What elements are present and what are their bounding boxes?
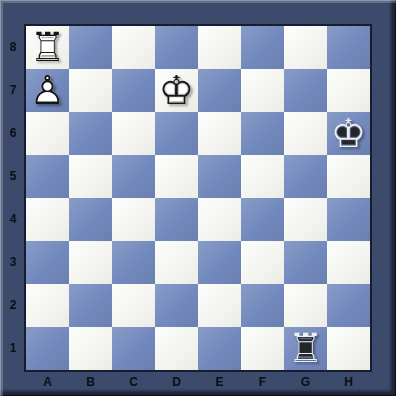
square-b1[interactable]: [69, 327, 112, 370]
square-g1[interactable]: ♜♖: [284, 327, 327, 370]
square-h3[interactable]: [327, 241, 370, 284]
square-b4[interactable]: [69, 198, 112, 241]
square-e5[interactable]: [198, 155, 241, 198]
square-c7[interactable]: [112, 69, 155, 112]
square-b6[interactable]: [69, 112, 112, 155]
square-b5[interactable]: [69, 155, 112, 198]
square-c4[interactable]: [112, 198, 155, 241]
piece-white-king[interactable]: ♚♔: [155, 69, 198, 112]
square-g2[interactable]: [284, 284, 327, 327]
rank-label-8: 8: [0, 26, 26, 69]
rank-label-1: 1: [0, 327, 26, 370]
square-a7[interactable]: ♟♙: [26, 69, 69, 112]
square-b8[interactable]: [69, 26, 112, 69]
square-a1[interactable]: [26, 327, 69, 370]
file-label-a: A: [26, 371, 69, 393]
square-e6[interactable]: [198, 112, 241, 155]
square-e8[interactable]: [198, 26, 241, 69]
square-d8[interactable]: [155, 26, 198, 69]
square-a3[interactable]: [26, 241, 69, 284]
square-d2[interactable]: [155, 284, 198, 327]
square-f2[interactable]: [241, 284, 284, 327]
piece-glyph-outline: ♖: [26, 26, 69, 69]
file-label-h: H: [327, 371, 370, 393]
square-a6[interactable]: [26, 112, 69, 155]
square-d3[interactable]: [155, 241, 198, 284]
square-c5[interactable]: [112, 155, 155, 198]
piece-glyph-outline: ♔: [327, 112, 370, 155]
file-label-d: D: [155, 371, 198, 393]
rank-label-3: 3: [0, 241, 26, 284]
square-a2[interactable]: [26, 284, 69, 327]
square-c6[interactable]: [112, 112, 155, 155]
square-e2[interactable]: [198, 284, 241, 327]
square-f3[interactable]: [241, 241, 284, 284]
square-d6[interactable]: [155, 112, 198, 155]
square-f7[interactable]: [241, 69, 284, 112]
square-d1[interactable]: [155, 327, 198, 370]
square-e4[interactable]: [198, 198, 241, 241]
piece-white-pawn[interactable]: ♟♙: [26, 69, 69, 112]
rank-label-2: 2: [0, 284, 26, 327]
file-label-f: F: [241, 371, 284, 393]
square-h6[interactable]: ♚♔: [327, 112, 370, 155]
square-g3[interactable]: [284, 241, 327, 284]
file-label-e: E: [198, 371, 241, 393]
square-a5[interactable]: [26, 155, 69, 198]
square-f5[interactable]: [241, 155, 284, 198]
square-d4[interactable]: [155, 198, 198, 241]
square-e7[interactable]: [198, 69, 241, 112]
square-e3[interactable]: [198, 241, 241, 284]
square-g5[interactable]: [284, 155, 327, 198]
square-c8[interactable]: [112, 26, 155, 69]
rank-label-5: 5: [0, 155, 26, 198]
piece-glyph-outline: ♔: [155, 69, 198, 112]
square-b7[interactable]: [69, 69, 112, 112]
square-h7[interactable]: [327, 69, 370, 112]
file-label-g: G: [284, 371, 327, 393]
rank-label-4: 4: [0, 198, 26, 241]
piece-black-rook[interactable]: ♜♖: [284, 327, 327, 370]
piece-white-rook[interactable]: ♜♖: [26, 26, 69, 69]
file-label-b: B: [69, 371, 112, 393]
square-g4[interactable]: [284, 198, 327, 241]
file-label-c: C: [112, 371, 155, 393]
square-c2[interactable]: [112, 284, 155, 327]
rank-label-7: 7: [0, 69, 26, 112]
square-g6[interactable]: [284, 112, 327, 155]
square-a8[interactable]: ♜♖: [26, 26, 69, 69]
square-c3[interactable]: [112, 241, 155, 284]
square-g7[interactable]: [284, 69, 327, 112]
rank-label-6: 6: [0, 112, 26, 155]
square-c1[interactable]: [112, 327, 155, 370]
square-g8[interactable]: [284, 26, 327, 69]
square-h8[interactable]: [327, 26, 370, 69]
square-f8[interactable]: [241, 26, 284, 69]
piece-black-king[interactable]: ♚♔: [327, 112, 370, 155]
square-h4[interactable]: [327, 198, 370, 241]
square-d7[interactable]: ♚♔: [155, 69, 198, 112]
square-e1[interactable]: [198, 327, 241, 370]
square-f1[interactable]: [241, 327, 284, 370]
square-f6[interactable]: [241, 112, 284, 155]
square-b3[interactable]: [69, 241, 112, 284]
square-h2[interactable]: [327, 284, 370, 327]
piece-glyph-outline: ♙: [26, 69, 69, 112]
piece-glyph-outline: ♖: [284, 327, 327, 370]
square-b2[interactable]: [69, 284, 112, 327]
square-f4[interactable]: [241, 198, 284, 241]
square-d5[interactable]: [155, 155, 198, 198]
square-h1[interactable]: [327, 327, 370, 370]
chessboard: ♜♖♟♙♚♔♚♔♜♖: [26, 26, 370, 370]
chessboard-frame: ♜♖♟♙♚♔♚♔♜♖ 87654321ABCDEFGH: [0, 0, 396, 396]
square-a4[interactable]: [26, 198, 69, 241]
square-h5[interactable]: [327, 155, 370, 198]
